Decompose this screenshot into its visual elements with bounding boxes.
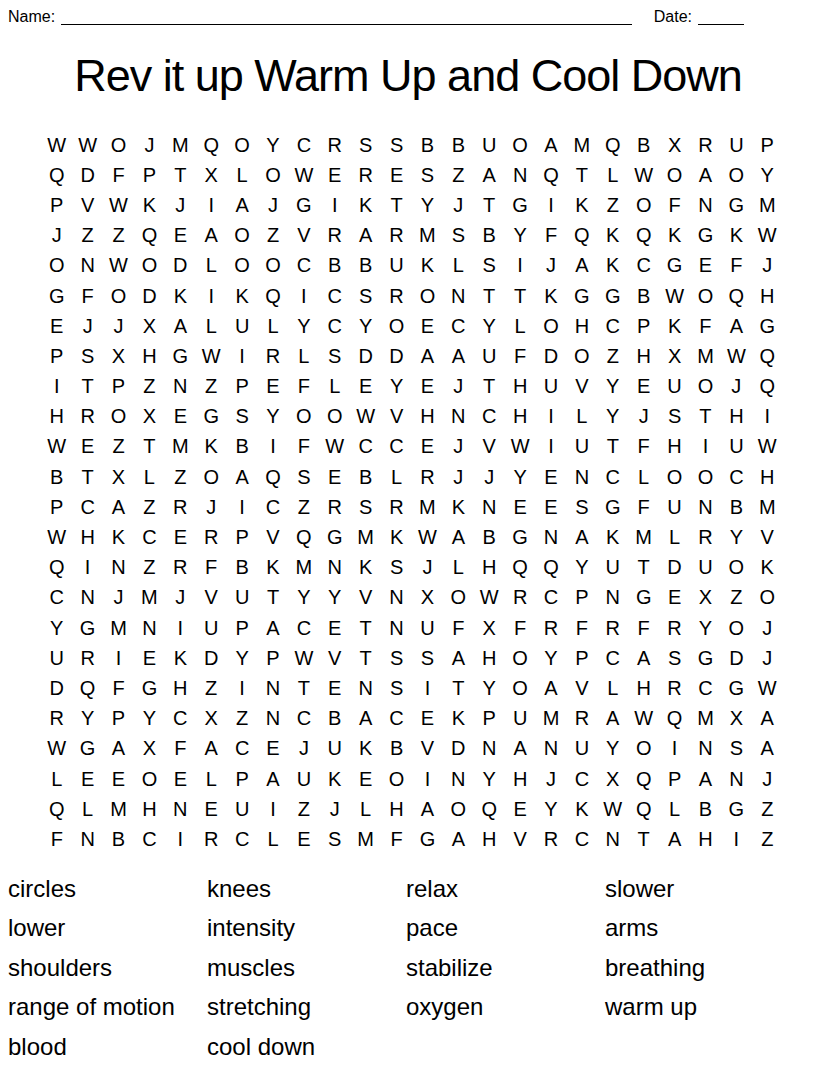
grid-cell: B xyxy=(381,734,412,764)
grid-cell: A xyxy=(103,492,134,522)
grid-cell: I xyxy=(319,190,350,220)
grid-cell: Y xyxy=(536,643,567,673)
grid-cell: M xyxy=(690,341,721,371)
grid-cell: E xyxy=(350,372,381,402)
grid-cell: J xyxy=(196,492,227,522)
grid-cell: O xyxy=(41,251,72,281)
word-bank-item: shoulders xyxy=(8,948,207,988)
grid-cell: T xyxy=(690,402,721,432)
grid-cell: P xyxy=(227,613,258,643)
grid-cell: L xyxy=(196,311,227,341)
grid-cell: Y xyxy=(412,190,443,220)
grid-cell: I xyxy=(536,432,567,462)
grid-cell: O xyxy=(196,462,227,492)
grid-cell: Q xyxy=(41,794,72,824)
grid-cell: C xyxy=(474,402,505,432)
grid-cell: R xyxy=(659,613,690,643)
grid-cell: V xyxy=(505,824,536,854)
word-bank: circleslowershouldersrange of motionbloo… xyxy=(8,869,816,1067)
grid-cell: M xyxy=(752,492,783,522)
grid-cell: W xyxy=(41,522,72,552)
grid-cell: S xyxy=(288,462,319,492)
grid-cell: F xyxy=(103,160,134,190)
grid-cell: B xyxy=(41,462,72,492)
grid-cell: Q xyxy=(134,221,165,251)
grid-cell: F xyxy=(381,824,412,854)
grid-cell: S xyxy=(721,734,752,764)
grid-cell: G xyxy=(41,281,72,311)
grid-cell: W xyxy=(628,704,659,734)
grid-cell: L xyxy=(505,311,536,341)
grid-cell: O xyxy=(690,372,721,402)
grid-cell: O xyxy=(566,341,597,371)
grid-cell: P xyxy=(41,492,72,522)
grid-cell: B xyxy=(227,553,258,583)
grid-cell: Z xyxy=(134,492,165,522)
grid-cell: Q xyxy=(288,522,319,552)
grid-cell: G xyxy=(505,522,536,552)
grid-cell: G xyxy=(72,613,103,643)
grid-cell: O xyxy=(721,553,752,583)
grid-cell: F xyxy=(165,734,196,764)
grid-cell: B xyxy=(412,130,443,160)
grid-cell: O xyxy=(412,281,443,311)
word-bank-item: pace xyxy=(406,908,605,948)
grid-cell: A xyxy=(659,824,690,854)
grid-cell: U xyxy=(381,251,412,281)
grid-cell: E xyxy=(288,824,319,854)
grid-cell: O xyxy=(752,583,783,613)
word-bank-item: stabilize xyxy=(406,948,605,988)
grid-cell: J xyxy=(443,372,474,402)
grid-cell: Y xyxy=(134,704,165,734)
grid-cell: G xyxy=(690,221,721,251)
grid-cell: R xyxy=(72,643,103,673)
grid-cell: C xyxy=(628,251,659,281)
grid-cell: Q xyxy=(597,130,628,160)
grid-cell: X xyxy=(134,311,165,341)
grid-cell: C xyxy=(381,432,412,462)
word-bank-item: slower xyxy=(605,869,804,909)
grid-cell: L xyxy=(443,553,474,583)
grid-cell: A xyxy=(103,734,134,764)
grid-cell: H xyxy=(41,402,72,432)
grid-cell: A xyxy=(536,673,567,703)
grid-cell: E xyxy=(412,432,443,462)
grid-cell: M xyxy=(412,221,443,251)
grid-cell: Y xyxy=(474,311,505,341)
grid-cell: E xyxy=(165,522,196,552)
grid-cell: K xyxy=(597,251,628,281)
grid-cell: U xyxy=(196,613,227,643)
grid-cell: W xyxy=(752,221,783,251)
grid-cell: R xyxy=(690,522,721,552)
grid-cell: H xyxy=(752,462,783,492)
grid-cell: B xyxy=(103,824,134,854)
grid-cell: Z xyxy=(103,221,134,251)
grid-cell: W xyxy=(196,341,227,371)
grid-cell: F xyxy=(628,613,659,643)
grid-cell: I xyxy=(258,432,289,462)
grid-cell: J xyxy=(288,734,319,764)
grid-cell: Q xyxy=(628,764,659,794)
grid-cell: Y xyxy=(752,160,783,190)
grid-cell: Y xyxy=(566,553,597,583)
grid-cell: B xyxy=(319,251,350,281)
grid-cell: N xyxy=(443,402,474,432)
grid-cell: E xyxy=(196,794,227,824)
grid-cell: I xyxy=(227,492,258,522)
grid-cell: O xyxy=(288,402,319,432)
grid-cell: U xyxy=(536,372,567,402)
grid-cell: H xyxy=(134,341,165,371)
grid-cell: J xyxy=(628,402,659,432)
worksheet-header: Name: Date: xyxy=(0,0,816,26)
grid-cell: N xyxy=(690,492,721,522)
grid-cell: O xyxy=(319,402,350,432)
grid-cell: P xyxy=(227,372,258,402)
grid-cell: S xyxy=(381,130,412,160)
grid-cell: R xyxy=(196,824,227,854)
grid-cell: R xyxy=(196,522,227,552)
grid-cell: F xyxy=(41,824,72,854)
grid-cell: S xyxy=(412,643,443,673)
grid-cell: H xyxy=(72,522,103,552)
grid-cell: U xyxy=(721,432,752,462)
grid-cell: T xyxy=(258,583,289,613)
grid-cell: Y xyxy=(227,643,258,673)
grid-cell: W xyxy=(505,432,536,462)
grid-cell: R xyxy=(319,492,350,522)
grid-cell: Z xyxy=(752,824,783,854)
grid-cell: Y xyxy=(258,402,289,432)
grid-cell: S xyxy=(381,643,412,673)
grid-cell: J xyxy=(474,462,505,492)
grid-cell: D xyxy=(134,281,165,311)
grid-cell: H xyxy=(381,794,412,824)
grid-cell: M xyxy=(350,824,381,854)
grid-cell: A xyxy=(721,311,752,341)
grid-cell: M xyxy=(288,553,319,583)
grid-cell: K xyxy=(227,281,258,311)
date-blank-line xyxy=(698,9,744,25)
grid-cell: F xyxy=(659,190,690,220)
grid-cell: O xyxy=(721,160,752,190)
grid-cell: Q xyxy=(258,462,289,492)
grid-cell: O xyxy=(443,794,474,824)
grid-cell: Z xyxy=(288,794,319,824)
grid-cell: P xyxy=(258,643,289,673)
grid-cell: H xyxy=(505,764,536,794)
grid-cell: C xyxy=(381,704,412,734)
grid-cell: Z xyxy=(721,583,752,613)
grid-cell: Q xyxy=(41,553,72,583)
grid-cell: H xyxy=(659,432,690,462)
grid-cell: Q xyxy=(752,341,783,371)
grid-cell: K xyxy=(381,522,412,552)
grid-cell: P xyxy=(227,764,258,794)
grid-cell: E xyxy=(690,251,721,281)
grid-cell: S xyxy=(72,341,103,371)
grid-cell: S xyxy=(381,673,412,703)
grid-cell: V xyxy=(566,372,597,402)
grid-cell: H xyxy=(505,372,536,402)
grid-cell: G xyxy=(72,734,103,764)
grid-cell: Y xyxy=(597,734,628,764)
grid-cell: K xyxy=(597,522,628,552)
grid-cell: L xyxy=(41,764,72,794)
grid-cell: P xyxy=(134,160,165,190)
grid-cell: N xyxy=(319,553,350,583)
grid-cell: N xyxy=(258,704,289,734)
grid-cell: K xyxy=(659,221,690,251)
grid-cell: K xyxy=(659,311,690,341)
grid-cell: I xyxy=(258,794,289,824)
word-bank-column: circleslowershouldersrange of motionbloo… xyxy=(8,869,207,1067)
grid-cell: R xyxy=(41,704,72,734)
grid-cell: W xyxy=(752,432,783,462)
grid-cell: B xyxy=(443,130,474,160)
grid-cell: J xyxy=(752,251,783,281)
grid-cell: R xyxy=(381,492,412,522)
grid-cell: C xyxy=(566,824,597,854)
grid-cell: H xyxy=(474,824,505,854)
grid-cell: Z xyxy=(103,432,134,462)
grid-cell: A xyxy=(227,190,258,220)
grid-cell: E xyxy=(350,764,381,794)
grid-cell: O xyxy=(628,734,659,764)
grid-cell: O xyxy=(381,764,412,794)
grid-cell: C xyxy=(566,764,597,794)
grid-cell: Z xyxy=(597,190,628,220)
grid-cell: D xyxy=(721,643,752,673)
grid-cell: M xyxy=(350,522,381,552)
grid-cell: J xyxy=(165,583,196,613)
grid-cell: O xyxy=(227,251,258,281)
grid-cell: T xyxy=(350,613,381,643)
grid-cell: A xyxy=(566,522,597,552)
grid-cell: I xyxy=(412,673,443,703)
grid-cell: W xyxy=(41,432,72,462)
grid-cell: S xyxy=(443,221,474,251)
grid-cell: C xyxy=(319,281,350,311)
grid-cell: F xyxy=(536,221,567,251)
grid-cell: N xyxy=(103,553,134,583)
grid-cell: M xyxy=(566,130,597,160)
grid-cell: N xyxy=(258,673,289,703)
grid-cell: I xyxy=(288,281,319,311)
grid-cell: V xyxy=(72,190,103,220)
name-blank-line xyxy=(61,9,632,25)
grid-cell: Q xyxy=(505,553,536,583)
grid-cell: D xyxy=(443,734,474,764)
grid-cell: L xyxy=(628,462,659,492)
grid-cell: L xyxy=(227,160,258,190)
grid-cell: Z xyxy=(288,492,319,522)
grid-cell: G xyxy=(196,402,227,432)
grid-cell: J xyxy=(165,190,196,220)
grid-cell: P xyxy=(103,372,134,402)
grid-cell: L xyxy=(381,462,412,492)
grid-cell: L xyxy=(350,794,381,824)
grid-cell: E xyxy=(258,734,289,764)
grid-cell: Z xyxy=(443,160,474,190)
grid-cell: L xyxy=(72,794,103,824)
grid-cell: F xyxy=(566,613,597,643)
grid-cell: Q xyxy=(628,794,659,824)
grid-cell: V xyxy=(752,522,783,552)
grid-cell: Q xyxy=(72,673,103,703)
grid-cell: O xyxy=(258,251,289,281)
grid-cell: N xyxy=(474,492,505,522)
grid-cell: Y xyxy=(536,794,567,824)
grid-cell: R xyxy=(412,462,443,492)
grid-cell: Z xyxy=(165,462,196,492)
grid-cell: X xyxy=(196,160,227,190)
grid-cell: G xyxy=(288,190,319,220)
grid-cell: N xyxy=(381,613,412,643)
grid-cell: V xyxy=(350,583,381,613)
grid-cell: C xyxy=(443,311,474,341)
word-bank-item: relax xyxy=(406,869,605,909)
grid-cell: J xyxy=(412,553,443,583)
date-label: Date: xyxy=(654,8,692,26)
grid-cell: C xyxy=(288,704,319,734)
grid-cell: C xyxy=(319,311,350,341)
grid-cell: Y xyxy=(350,311,381,341)
grid-cell: C xyxy=(690,673,721,703)
grid-cell: F xyxy=(196,553,227,583)
grid-cell: J xyxy=(41,221,72,251)
grid-cell: D xyxy=(196,643,227,673)
grid-cell: Q xyxy=(258,281,289,311)
grid-cell: U xyxy=(319,734,350,764)
grid-cell: H xyxy=(134,794,165,824)
grid-cell: G xyxy=(752,311,783,341)
grid-cell: M xyxy=(103,613,134,643)
grid-cell: F xyxy=(288,432,319,462)
word-bank-item: warm up xyxy=(605,987,804,1027)
grid-cell: I xyxy=(103,643,134,673)
grid-cell: E xyxy=(412,704,443,734)
grid-cell: K xyxy=(103,522,134,552)
grid-cell: S xyxy=(659,643,690,673)
grid-cell: J xyxy=(103,311,134,341)
grid-cell: W xyxy=(41,734,72,764)
grid-cell: U xyxy=(474,130,505,160)
grid-cell: Y xyxy=(690,613,721,643)
grid-cell: S xyxy=(381,553,412,583)
grid-cell: R xyxy=(536,613,567,643)
grid-cell: I xyxy=(227,673,258,703)
grid-cell: C xyxy=(134,824,165,854)
grid-cell: W xyxy=(350,402,381,432)
grid-cell: T xyxy=(350,643,381,673)
grid-cell: W xyxy=(628,160,659,190)
grid-cell: G xyxy=(721,794,752,824)
grid-cell: G xyxy=(597,492,628,522)
grid-cell: M xyxy=(628,522,659,552)
grid-cell: A xyxy=(628,643,659,673)
grid-cell: R xyxy=(536,824,567,854)
grid-cell: J xyxy=(752,764,783,794)
grid-cell: D xyxy=(165,251,196,281)
grid-cell: U xyxy=(227,311,258,341)
grid-cell: O xyxy=(103,130,134,160)
grid-cell: I xyxy=(72,553,103,583)
grid-cell: W xyxy=(412,522,443,552)
grid-cell: J xyxy=(443,432,474,462)
grid-cell: X xyxy=(134,402,165,432)
grid-cell: K xyxy=(443,492,474,522)
grid-cell: L xyxy=(443,251,474,281)
grid-cell: H xyxy=(628,341,659,371)
grid-cell: W xyxy=(72,130,103,160)
grid-cell: A xyxy=(412,794,443,824)
grid-cell: N xyxy=(443,281,474,311)
grid-cell: V xyxy=(258,522,289,552)
grid-cell: K xyxy=(350,734,381,764)
grid-cell: Y xyxy=(505,462,536,492)
grid-cell: J xyxy=(752,613,783,643)
grid-cell: O xyxy=(505,643,536,673)
grid-cell: R xyxy=(165,492,196,522)
grid-cell: M xyxy=(536,704,567,734)
grid-cell: K xyxy=(196,432,227,462)
grid-cell: E xyxy=(319,613,350,643)
grid-cell: F xyxy=(505,341,536,371)
word-bank-item: arms xyxy=(605,908,804,948)
grid-cell: L xyxy=(196,764,227,794)
grid-cell: T xyxy=(628,553,659,583)
grid-cell: F xyxy=(103,673,134,703)
grid-cell: J xyxy=(258,190,289,220)
word-bank-item: muscles xyxy=(207,948,406,988)
grid-cell: M xyxy=(412,492,443,522)
grid-cell: W xyxy=(752,673,783,703)
grid-cell: W xyxy=(103,251,134,281)
grid-cell: N xyxy=(474,734,505,764)
grid-cell: V xyxy=(288,221,319,251)
grid-cell: D xyxy=(536,341,567,371)
grid-cell: A xyxy=(536,130,567,160)
grid-cell: E xyxy=(72,764,103,794)
grid-cell: C xyxy=(72,492,103,522)
grid-cell: M xyxy=(752,190,783,220)
grid-cell: A xyxy=(443,522,474,552)
grid-cell: K xyxy=(412,251,443,281)
grid-cell: C xyxy=(597,643,628,673)
grid-cell: U xyxy=(721,130,752,160)
grid-cell: J xyxy=(319,794,350,824)
grid-cell: L xyxy=(319,372,350,402)
word-bank-column: kneesintensitymusclesstretchingcool down xyxy=(207,869,406,1067)
grid-cell: V xyxy=(474,432,505,462)
grid-cell: U xyxy=(566,432,597,462)
grid-cell: Q xyxy=(566,221,597,251)
grid-cell: T xyxy=(381,190,412,220)
grid-cell: M xyxy=(165,130,196,160)
grid-cell: Z xyxy=(597,341,628,371)
grid-cell: B xyxy=(350,462,381,492)
grid-cell: F xyxy=(690,311,721,341)
grid-cell: L xyxy=(196,251,227,281)
grid-cell: E xyxy=(659,583,690,613)
word-bank-item: knees xyxy=(207,869,406,909)
grid-cell: R xyxy=(505,583,536,613)
grid-cell: S xyxy=(659,402,690,432)
grid-cell: I xyxy=(536,402,567,432)
